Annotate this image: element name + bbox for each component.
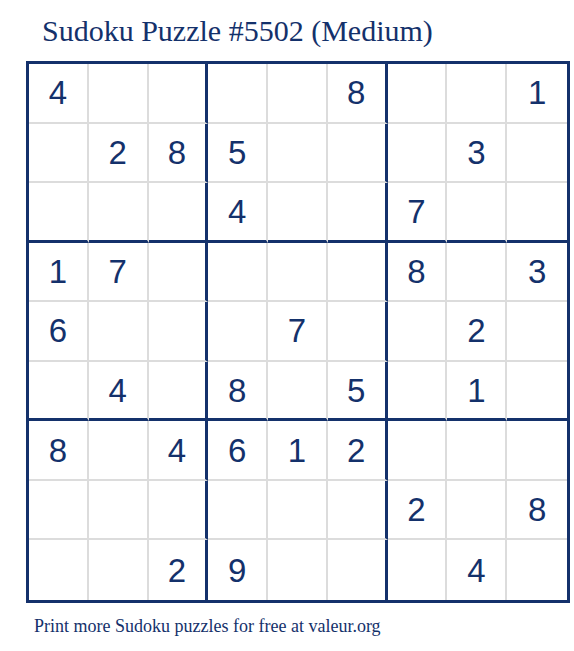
cell-r4c7: 8 [388,243,448,303]
cell-r4c6 [328,243,388,303]
cell-r9c1 [29,540,89,600]
cell-r4c3 [149,243,209,303]
cell-r5c5: 7 [268,302,328,362]
cell-r4c4 [208,243,268,303]
cell-r9c3: 2 [149,540,209,600]
cell-r6c6: 5 [328,362,388,422]
cell-r5c4 [208,302,268,362]
footer-text: Print more Sudoku puzzles for free at va… [34,616,381,637]
cell-r7c2 [89,421,149,481]
cell-r2c8: 3 [447,124,507,184]
cell-r9c8: 4 [447,540,507,600]
cell-r8c9: 8 [507,481,567,541]
cell-r1c2 [89,64,149,124]
cell-r7c3: 4 [149,421,209,481]
sudoku-page: Sudoku Puzzle #5502 (Medium) 48128534717… [0,0,574,651]
cell-r1c5 [268,64,328,124]
cell-r2c5 [268,124,328,184]
cell-r7c4: 6 [208,421,268,481]
cell-r9c5 [268,540,328,600]
cell-r2c6 [328,124,388,184]
cell-r9c7 [388,540,448,600]
cell-r1c9: 1 [507,64,567,124]
cell-r9c9 [507,540,567,600]
cell-r6c5 [268,362,328,422]
cell-r7c5: 1 [268,421,328,481]
page-title: Sudoku Puzzle #5502 (Medium) [42,14,433,48]
cell-r5c9 [507,302,567,362]
cell-r2c7 [388,124,448,184]
cell-r5c3 [149,302,209,362]
cell-r4c5 [268,243,328,303]
cell-r3c2 [89,183,149,243]
cell-r4c8 [447,243,507,303]
cell-r3c1 [29,183,89,243]
cell-r6c3 [149,362,209,422]
cell-r7c8 [447,421,507,481]
cell-r8c8 [447,481,507,541]
cell-r8c2 [89,481,149,541]
cell-r9c2 [89,540,149,600]
cell-r3c9 [507,183,567,243]
cell-r3c7: 7 [388,183,448,243]
sudoku-grid: 481285347178367248518461228294 [26,61,570,603]
cell-r4c1: 1 [29,243,89,303]
cell-r5c1: 6 [29,302,89,362]
cell-r7c1: 8 [29,421,89,481]
cell-r8c3 [149,481,209,541]
cell-r6c4: 8 [208,362,268,422]
cell-r1c4 [208,64,268,124]
cell-r8c7: 2 [388,481,448,541]
cell-r5c7 [388,302,448,362]
cell-r5c8: 2 [447,302,507,362]
cell-r8c6 [328,481,388,541]
cell-r3c8 [447,183,507,243]
cell-r5c6 [328,302,388,362]
cell-r6c2: 4 [89,362,149,422]
cell-r6c9 [507,362,567,422]
cell-r1c8 [447,64,507,124]
cell-r3c6 [328,183,388,243]
cell-r7c6: 2 [328,421,388,481]
cell-r8c4 [208,481,268,541]
cell-r1c3 [149,64,209,124]
cell-r2c4: 5 [208,124,268,184]
cell-r9c4: 9 [208,540,268,600]
cell-r3c3 [149,183,209,243]
cell-r2c9 [507,124,567,184]
cell-r6c1 [29,362,89,422]
cell-r6c7 [388,362,448,422]
cell-r3c5 [268,183,328,243]
cell-r9c6 [328,540,388,600]
cell-r8c5 [268,481,328,541]
cell-r2c1 [29,124,89,184]
cell-r4c2: 7 [89,243,149,303]
cell-r1c1: 4 [29,64,89,124]
cell-r8c1 [29,481,89,541]
cell-r2c3: 8 [149,124,209,184]
cell-r3c4: 4 [208,183,268,243]
cell-r6c8: 1 [447,362,507,422]
cell-r7c9 [507,421,567,481]
cell-r1c6: 8 [328,64,388,124]
cell-r7c7 [388,421,448,481]
cell-r2c2: 2 [89,124,149,184]
cell-r1c7 [388,64,448,124]
cell-r4c9: 3 [507,243,567,303]
cell-r5c2 [89,302,149,362]
